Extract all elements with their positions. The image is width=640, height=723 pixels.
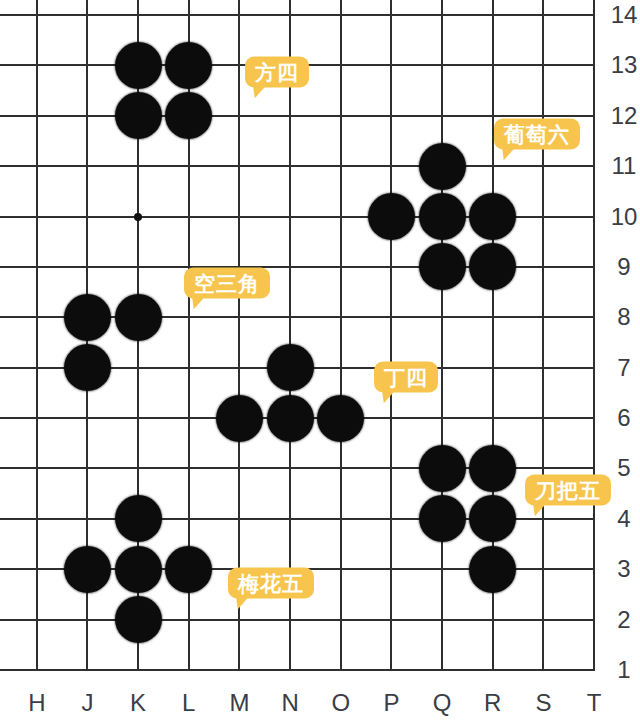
black-stone-q10: [419, 193, 466, 240]
black-stone-j7: [64, 344, 111, 391]
black-stone-j3: [64, 546, 111, 593]
black-stone-r4: [469, 495, 516, 542]
black-stone-k2: [115, 596, 162, 643]
black-stone-k3: [115, 546, 162, 593]
black-stone-n7: [267, 344, 314, 391]
star-point-k10: [134, 213, 142, 221]
black-stone-r10: [469, 193, 516, 240]
black-stone-l12: [165, 92, 212, 139]
black-stone-k8: [115, 294, 162, 341]
black-stone-r5: [469, 445, 516, 492]
black-stone-q5: [419, 445, 466, 492]
black-stone-q11: [419, 143, 466, 190]
black-stone-o6: [317, 395, 364, 442]
black-stone-q4: [419, 495, 466, 542]
black-stone-n6: [267, 395, 314, 442]
black-stone-r3: [469, 546, 516, 593]
black-stone-k13: [115, 42, 162, 89]
black-stone-l3: [165, 546, 212, 593]
black-stone-k4: [115, 495, 162, 542]
black-stone-m6: [216, 395, 263, 442]
black-stone-k12: [115, 92, 162, 139]
black-stone-l13: [165, 42, 212, 89]
black-stone-j8: [64, 294, 111, 341]
go-board: [11, 0, 619, 695]
black-stone-q9: [419, 243, 466, 290]
go-shape-diagram: HJKLMNOPQRST1413121110987654321 方四葡萄六空三角…: [0, 0, 640, 723]
black-stone-p10: [368, 193, 415, 240]
black-stone-r9: [469, 243, 516, 290]
